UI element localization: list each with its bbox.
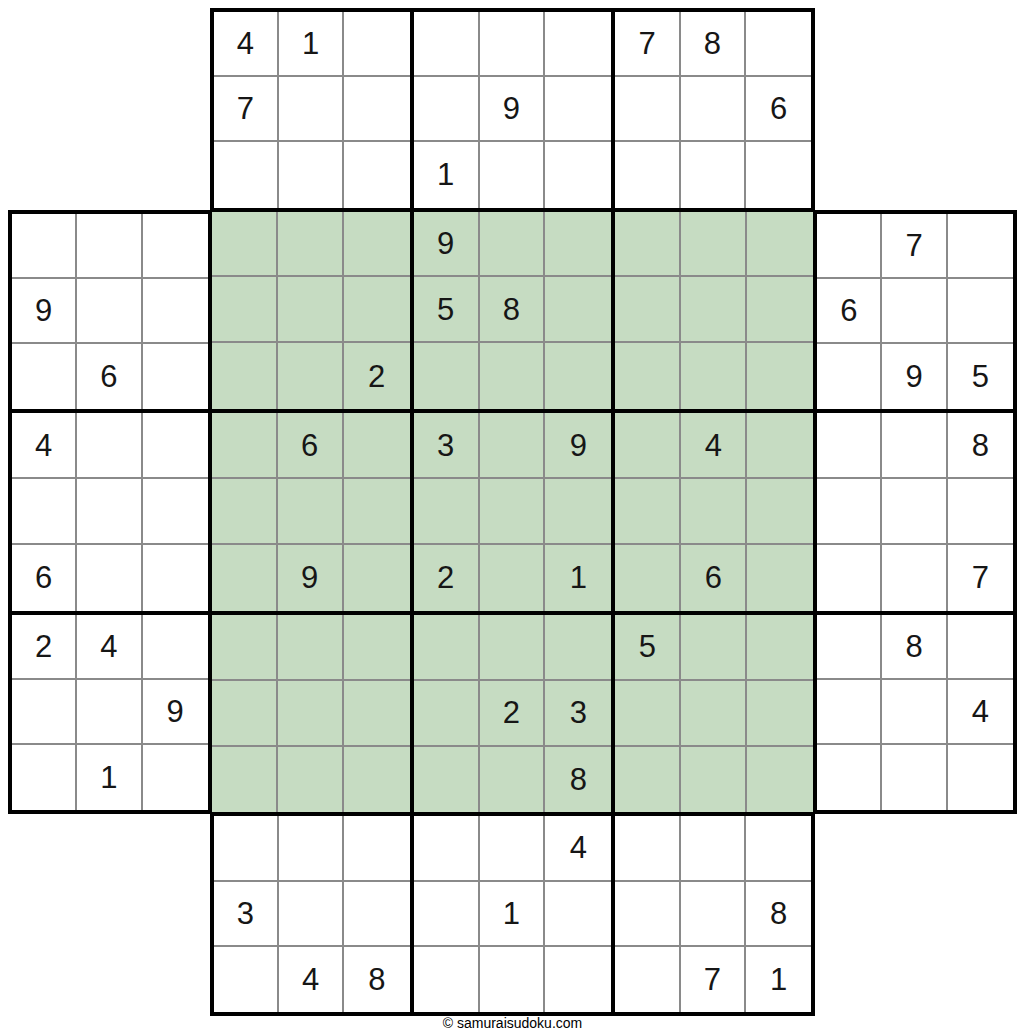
cell-r12c11[interactable] [681, 747, 747, 813]
cell-r1c11-given[interactable]: 8 [681, 12, 746, 77]
cell-r10c5[interactable] [278, 615, 344, 681]
cell-r12c12[interactable] [747, 747, 813, 813]
cell-r2c6[interactable] [344, 77, 409, 142]
cell-r12c15[interactable] [948, 745, 1013, 810]
cell-r12c5[interactable] [278, 747, 344, 813]
cell-r11c15-given[interactable]: 4 [948, 680, 1013, 745]
cell-r8c1[interactable] [12, 479, 77, 545]
cell-r3c8[interactable] [480, 142, 546, 207]
cell-r6c13[interactable] [817, 344, 882, 409]
block-r5c2: 348 [210, 814, 412, 1016]
cell-r5c9[interactable] [545, 277, 611, 343]
cell-r15c4[interactable] [214, 947, 279, 1012]
cell-r4c15[interactable] [948, 214, 1013, 279]
cell-r11c6[interactable] [344, 681, 410, 747]
cell-r5c12[interactable] [747, 277, 813, 343]
block-r4c1: 2491 [8, 613, 210, 815]
cell-r3c7-given[interactable]: 1 [414, 142, 480, 207]
cell-r1c6[interactable] [344, 12, 409, 77]
cell-r6c3[interactable] [143, 344, 208, 409]
cell-r10c11[interactable] [681, 615, 747, 681]
cell-r5c10[interactable] [615, 277, 681, 343]
cell-r12c3[interactable] [143, 745, 208, 810]
cell-r15c9[interactable] [545, 947, 611, 1012]
cell-r14c11[interactable] [681, 882, 746, 947]
block-r2c2: 2 [210, 210, 412, 412]
cell-r2c11[interactable] [681, 77, 746, 142]
cell-r9c7-given[interactable]: 2 [414, 545, 480, 611]
cell-r1c7[interactable] [414, 12, 480, 77]
cell-r12c1[interactable] [12, 745, 77, 810]
cell-r8c5[interactable] [278, 479, 344, 545]
block-r3c5: 87 [815, 411, 1017, 613]
cell-r11c11[interactable] [681, 681, 747, 747]
cell-r9c2[interactable] [77, 545, 142, 611]
cell-r3c11[interactable] [681, 142, 746, 207]
cell-r7c8[interactable] [480, 413, 546, 479]
void-corner [815, 814, 1017, 1016]
cell-r11c14[interactable] [882, 680, 947, 745]
cell-r11c9-given[interactable]: 3 [545, 681, 611, 747]
cell-r14c6[interactable] [344, 882, 409, 947]
cell-r15c5-given[interactable]: 4 [279, 947, 344, 1012]
block-r3c2: 69 [210, 411, 412, 613]
cell-r4c11[interactable] [681, 212, 747, 278]
cell-r6c15-given[interactable]: 5 [948, 344, 1013, 409]
cell-r4c2[interactable] [77, 214, 142, 279]
cell-r8c10[interactable] [615, 479, 681, 545]
block-r4c3: 238 [412, 613, 614, 815]
puzzle-page: 4179178696295876954669392146872491238584… [0, 0, 1025, 1035]
cell-r7c12[interactable] [747, 413, 813, 479]
cell-r11c1[interactable] [12, 680, 77, 745]
cell-r5c6[interactable] [344, 277, 410, 343]
cell-r4c12[interactable] [747, 212, 813, 278]
cell-r1c4-given[interactable]: 4 [214, 12, 279, 77]
cell-r4c1[interactable] [12, 214, 77, 279]
cell-r12c4[interactable] [212, 747, 278, 813]
cell-r5c3[interactable] [143, 279, 208, 344]
cell-r9c13[interactable] [817, 545, 882, 611]
cell-r6c10[interactable] [615, 343, 681, 409]
cell-r10c12[interactable] [747, 615, 813, 681]
cell-r5c2[interactable] [77, 279, 142, 344]
cell-r14c9[interactable] [545, 882, 611, 947]
cell-r5c14[interactable] [882, 279, 947, 344]
cell-r10c13[interactable] [817, 615, 882, 680]
cell-r13c5[interactable] [279, 816, 344, 881]
cell-r7c10[interactable] [615, 413, 681, 479]
cell-r11c5[interactable] [278, 681, 344, 747]
cell-r6c11[interactable] [681, 343, 747, 409]
cell-r15c10[interactable] [615, 947, 680, 1012]
cell-r10c1-given[interactable]: 2 [12, 615, 77, 680]
cell-r1c8[interactable] [480, 12, 546, 77]
cell-r13c11[interactable] [681, 816, 746, 881]
cell-r6c12[interactable] [747, 343, 813, 409]
sudoku-board: 4179178696295876954669392146872491238584… [8, 8, 1017, 1016]
block-r1c4: 786 [613, 8, 815, 210]
cell-r12c14[interactable] [882, 745, 947, 810]
cell-r5c13-given[interactable]: 6 [817, 279, 882, 344]
cell-r5c7-given[interactable]: 5 [414, 277, 480, 343]
cell-r4c5[interactable] [278, 212, 344, 278]
block-r2c3: 958 [412, 210, 614, 412]
cell-r8c15[interactable] [948, 479, 1013, 545]
void-corner [8, 814, 210, 1016]
block-r4c2 [210, 613, 412, 815]
copyright: © samuraisudoku.com [0, 1015, 1025, 1035]
cell-r10c9[interactable] [545, 615, 611, 681]
block-r1c2: 417 [210, 8, 412, 210]
cell-r8c4[interactable] [212, 479, 278, 545]
cell-r5c1-given[interactable]: 9 [12, 279, 77, 344]
cell-r4c8[interactable] [480, 212, 546, 278]
cell-r6c1[interactable] [12, 344, 77, 409]
block-r2c4 [613, 210, 815, 412]
cell-r11c2[interactable] [77, 680, 142, 745]
cell-r4c14-given[interactable]: 7 [882, 214, 947, 279]
cell-r1c5-given[interactable]: 1 [279, 12, 344, 77]
cell-r14c8-given[interactable]: 1 [480, 882, 546, 947]
cell-r8c7[interactable] [414, 479, 480, 545]
cell-r10c3[interactable] [143, 615, 208, 680]
cell-r8c8[interactable] [480, 479, 546, 545]
cell-r3c9[interactable] [545, 142, 611, 207]
cell-r12c9-given[interactable]: 8 [545, 747, 611, 813]
cell-r11c13[interactable] [817, 680, 882, 745]
cell-r6c7[interactable] [414, 343, 480, 409]
cell-r15c6-given[interactable]: 8 [344, 947, 409, 1012]
cell-r10c4[interactable] [212, 615, 278, 681]
cell-r11c3-given[interactable]: 9 [143, 680, 208, 745]
block-r5c4: 871 [613, 814, 815, 1016]
cell-r15c12-given[interactable]: 1 [746, 947, 811, 1012]
cell-r15c11-given[interactable]: 7 [681, 947, 746, 1012]
cell-r6c9[interactable] [545, 343, 611, 409]
cell-r7c4[interactable] [212, 413, 278, 479]
cell-r11c12[interactable] [747, 681, 813, 747]
block-r1c3: 91 [412, 8, 614, 210]
cell-r4c7-given[interactable]: 9 [414, 212, 480, 278]
cell-r9c9-given[interactable]: 1 [545, 545, 611, 611]
cell-r2c7[interactable] [414, 77, 480, 142]
cell-r12c7[interactable] [414, 747, 480, 813]
cell-r13c4[interactable] [214, 816, 279, 881]
cell-r10c14-given[interactable]: 8 [882, 615, 947, 680]
cell-r12c6[interactable] [344, 747, 410, 813]
cell-r2c4-given[interactable]: 7 [214, 77, 279, 142]
cell-r15c7[interactable] [414, 947, 480, 1012]
cell-r5c4[interactable] [212, 277, 278, 343]
cell-r2c12-given[interactable]: 6 [746, 77, 811, 142]
cell-r8c9[interactable] [545, 479, 611, 545]
cell-r8c14[interactable] [882, 479, 947, 545]
cell-r7c7-given[interactable]: 3 [414, 413, 480, 479]
cell-r3c4[interactable] [214, 142, 279, 207]
cell-r15c8[interactable] [480, 947, 546, 1012]
block-r5c3: 41 [412, 814, 614, 1016]
cell-r13c7[interactable] [414, 816, 480, 881]
cell-r8c6[interactable] [344, 479, 410, 545]
cell-r14c5[interactable] [279, 882, 344, 947]
cell-r6c4[interactable] [212, 343, 278, 409]
block-r2c5: 7695 [815, 210, 1017, 412]
block-r3c1: 46 [8, 411, 210, 613]
cell-r7c6[interactable] [344, 413, 410, 479]
cell-r5c8-given[interactable]: 8 [480, 277, 546, 343]
cell-r3c5[interactable] [279, 142, 344, 207]
cell-r13c12[interactable] [746, 816, 811, 881]
cell-r8c11[interactable] [681, 479, 747, 545]
cell-r9c4[interactable] [212, 545, 278, 611]
cell-r10c6[interactable] [344, 615, 410, 681]
cell-r13c6[interactable] [344, 816, 409, 881]
cell-r2c8-given[interactable]: 9 [480, 77, 546, 142]
cell-r12c2-given[interactable]: 1 [77, 745, 142, 810]
cell-r7c3[interactable] [143, 413, 208, 479]
cell-r14c4-given[interactable]: 3 [214, 882, 279, 947]
cell-r9c15-given[interactable]: 7 [948, 545, 1013, 611]
cell-r10c7[interactable] [414, 615, 480, 681]
cell-r8c3[interactable] [143, 479, 208, 545]
cell-r9c12[interactable] [747, 545, 813, 611]
cell-r2c5[interactable] [279, 77, 344, 142]
cell-r13c9-given[interactable]: 4 [545, 816, 611, 881]
cell-r10c15[interactable] [948, 615, 1013, 680]
cell-r3c12[interactable] [746, 142, 811, 207]
cell-r10c10-given[interactable]: 5 [615, 615, 681, 681]
cell-r12c8[interactable] [480, 747, 546, 813]
cell-r7c5-given[interactable]: 6 [278, 413, 344, 479]
cell-r7c1-given[interactable]: 4 [12, 413, 77, 479]
cell-r4c3[interactable] [143, 214, 208, 279]
cell-r13c8[interactable] [480, 816, 546, 881]
cell-r8c2[interactable] [77, 479, 142, 545]
cell-r3c6[interactable] [344, 142, 409, 207]
cell-r2c9[interactable] [545, 77, 611, 142]
block-r3c4: 46 [613, 411, 815, 613]
cell-r9c8[interactable] [480, 545, 546, 611]
cell-r4c13[interactable] [817, 214, 882, 279]
cell-r11c7[interactable] [414, 681, 480, 747]
cell-r7c9-given[interactable]: 9 [545, 413, 611, 479]
cell-r13c10[interactable] [615, 816, 680, 881]
cell-r9c3[interactable] [143, 545, 208, 611]
cell-r9c5-given[interactable]: 9 [278, 545, 344, 611]
cell-r6c14-given[interactable]: 9 [882, 344, 947, 409]
cell-r7c15-given[interactable]: 8 [948, 413, 1013, 479]
cell-r7c13[interactable] [817, 413, 882, 479]
cell-r12c10[interactable] [615, 747, 681, 813]
cell-r10c2-given[interactable]: 4 [77, 615, 142, 680]
cell-r12c13[interactable] [817, 745, 882, 810]
cell-r9c10[interactable] [615, 545, 681, 611]
cell-r11c8-given[interactable]: 2 [480, 681, 546, 747]
cell-r9c6[interactable] [344, 545, 410, 611]
cell-r8c12[interactable] [747, 479, 813, 545]
cell-r5c15[interactable] [948, 279, 1013, 344]
cell-r4c4[interactable] [212, 212, 278, 278]
block-r2c1: 96 [8, 210, 210, 412]
cell-r1c9[interactable] [545, 12, 611, 77]
cell-r6c6-given[interactable]: 2 [344, 343, 410, 409]
void-corner [8, 8, 210, 210]
cell-r5c5[interactable] [278, 277, 344, 343]
cell-r11c10[interactable] [615, 681, 681, 747]
void-corner [815, 8, 1017, 210]
cell-r6c5[interactable] [278, 343, 344, 409]
cell-r8c13[interactable] [817, 479, 882, 545]
cell-r6c2-given[interactable]: 6 [77, 344, 142, 409]
cell-r14c10[interactable] [615, 882, 680, 947]
cell-r5c11[interactable] [681, 277, 747, 343]
cell-r4c9[interactable] [545, 212, 611, 278]
cell-r10c8[interactable] [480, 615, 546, 681]
cell-r1c12[interactable] [746, 12, 811, 77]
cell-r7c2[interactable] [77, 413, 142, 479]
cell-r4c10[interactable] [615, 212, 681, 278]
cell-r14c12-given[interactable]: 8 [746, 882, 811, 947]
cell-r4c6[interactable] [344, 212, 410, 278]
cell-r7c11-given[interactable]: 4 [681, 413, 747, 479]
cell-r14c7[interactable] [414, 882, 480, 947]
cell-r9c11-given[interactable]: 6 [681, 545, 747, 611]
cell-r3c10[interactable] [615, 142, 680, 207]
cell-r7c14[interactable] [882, 413, 947, 479]
block-r4c5: 84 [815, 613, 1017, 815]
cell-r2c10[interactable] [615, 77, 680, 142]
cell-r9c14[interactable] [882, 545, 947, 611]
cell-r6c8[interactable] [480, 343, 546, 409]
cell-r11c4[interactable] [212, 681, 278, 747]
cell-r9c1-given[interactable]: 6 [12, 545, 77, 611]
block-r3c3: 3921 [412, 411, 614, 613]
cell-r1c10-given[interactable]: 7 [615, 12, 680, 77]
block-r4c4: 5 [613, 613, 815, 815]
